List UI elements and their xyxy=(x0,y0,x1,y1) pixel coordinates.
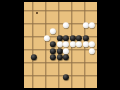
black-stone[interactable] xyxy=(50,42,56,48)
star-point-dot xyxy=(36,12,38,14)
black-stone[interactable] xyxy=(63,35,69,41)
black-stone[interactable] xyxy=(76,35,82,41)
white-stone[interactable] xyxy=(83,42,89,48)
black-stone[interactable] xyxy=(31,55,37,61)
black-stone[interactable] xyxy=(50,55,56,61)
white-stone[interactable] xyxy=(44,35,50,41)
white-stone[interactable] xyxy=(83,22,89,28)
white-stone[interactable] xyxy=(89,42,95,48)
white-stone[interactable] xyxy=(76,42,82,48)
black-stone[interactable] xyxy=(83,35,89,41)
screenshot-root xyxy=(0,0,120,90)
white-stone[interactable] xyxy=(89,48,95,54)
white-stone[interactable] xyxy=(50,29,56,35)
black-stone[interactable] xyxy=(70,35,76,41)
black-stone[interactable] xyxy=(50,48,56,54)
white-stone[interactable] xyxy=(89,22,95,28)
white-stone[interactable] xyxy=(63,22,69,28)
white-stone[interactable] xyxy=(63,42,69,48)
white-stone[interactable] xyxy=(70,42,76,48)
go-board[interactable] xyxy=(24,2,97,88)
black-stone[interactable] xyxy=(57,35,63,41)
stone-grid xyxy=(23,1,95,86)
black-stone[interactable] xyxy=(57,55,63,61)
black-stone[interactable] xyxy=(57,48,63,54)
white-stone[interactable] xyxy=(63,48,69,54)
white-stone[interactable] xyxy=(57,42,63,48)
black-stone[interactable] xyxy=(63,74,69,80)
black-stone[interactable] xyxy=(63,55,69,61)
